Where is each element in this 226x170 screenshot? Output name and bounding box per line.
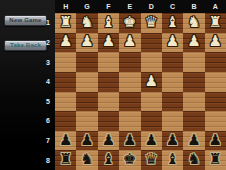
square-b8[interactable]: ♞ bbox=[183, 150, 204, 170]
piece-black-pawn[interactable]: ♟ bbox=[102, 133, 115, 148]
square-b1[interactable]: ♞ bbox=[183, 13, 204, 33]
square-g8[interactable]: ♞ bbox=[76, 150, 97, 170]
piece-black-pawn[interactable]: ♟ bbox=[187, 133, 200, 148]
square-d5[interactable] bbox=[141, 92, 162, 112]
square-e5[interactable] bbox=[119, 92, 140, 112]
square-h5[interactable] bbox=[55, 92, 76, 112]
file-label-f: F bbox=[98, 0, 119, 13]
file-label-a: A bbox=[205, 0, 226, 13]
file-label-c: C bbox=[162, 0, 183, 13]
square-f2[interactable]: ♟ bbox=[98, 33, 119, 53]
rank-label-2: 2 bbox=[41, 33, 55, 53]
square-c2[interactable]: ♟ bbox=[162, 33, 183, 53]
piece-black-king[interactable]: ♚ bbox=[123, 152, 136, 167]
square-d8[interactable]: ♛ bbox=[141, 150, 162, 170]
square-g6[interactable] bbox=[76, 111, 97, 131]
square-a5[interactable] bbox=[205, 92, 226, 112]
square-e4[interactable] bbox=[119, 72, 140, 92]
square-g5[interactable] bbox=[76, 92, 97, 112]
square-h4[interactable] bbox=[55, 72, 76, 92]
piece-white-knight[interactable]: ♞ bbox=[80, 15, 93, 30]
file-label-d: D bbox=[141, 0, 162, 13]
square-d6[interactable] bbox=[141, 111, 162, 131]
piece-white-queen[interactable]: ♛ bbox=[144, 15, 157, 30]
piece-black-pawn[interactable]: ♟ bbox=[166, 133, 179, 148]
square-b7[interactable]: ♟ bbox=[183, 131, 204, 151]
piece-white-knight[interactable]: ♞ bbox=[187, 15, 200, 30]
file-label-b: B bbox=[183, 0, 204, 13]
square-c1[interactable]: ♝ bbox=[162, 13, 183, 33]
piece-white-bishop[interactable]: ♝ bbox=[102, 15, 115, 30]
piece-black-pawn[interactable]: ♟ bbox=[123, 133, 136, 148]
square-e3[interactable] bbox=[119, 52, 140, 72]
piece-black-pawn[interactable]: ♟ bbox=[144, 133, 157, 148]
piece-black-rook[interactable]: ♜ bbox=[59, 152, 72, 167]
chess-board: ♜♞♝♚♛♝♞♜♟♟♟♟♟♟♟♟♟♟♟♟♟♟♟♟♜♞♝♚♛♝♞♜ bbox=[55, 13, 226, 170]
square-e1[interactable]: ♚ bbox=[119, 13, 140, 33]
square-f3[interactable] bbox=[98, 52, 119, 72]
piece-black-queen[interactable]: ♛ bbox=[144, 152, 157, 167]
square-b4[interactable] bbox=[183, 72, 204, 92]
piece-black-knight[interactable]: ♞ bbox=[187, 152, 200, 167]
square-c3[interactable] bbox=[162, 52, 183, 72]
square-g7[interactable]: ♟ bbox=[76, 131, 97, 151]
square-d4[interactable]: ♟ bbox=[141, 72, 162, 92]
square-a2[interactable]: ♟ bbox=[205, 33, 226, 53]
square-g1[interactable]: ♞ bbox=[76, 13, 97, 33]
file-label-g: G bbox=[76, 0, 97, 13]
square-e7[interactable]: ♟ bbox=[119, 131, 140, 151]
rank-label-5: 5 bbox=[41, 92, 55, 112]
piece-black-rook[interactable]: ♜ bbox=[209, 152, 222, 167]
square-c7[interactable]: ♟ bbox=[162, 131, 183, 151]
square-f4[interactable] bbox=[98, 72, 119, 92]
square-h6[interactable] bbox=[55, 111, 76, 131]
square-h3[interactable] bbox=[55, 52, 76, 72]
square-b3[interactable] bbox=[183, 52, 204, 72]
piece-black-pawn[interactable]: ♟ bbox=[80, 133, 93, 148]
rank-labels: 12345678 bbox=[41, 13, 55, 170]
square-g2[interactable]: ♟ bbox=[76, 33, 97, 53]
square-a3[interactable] bbox=[205, 52, 226, 72]
square-g3[interactable] bbox=[76, 52, 97, 72]
square-d7[interactable]: ♟ bbox=[141, 131, 162, 151]
piece-white-rook[interactable]: ♜ bbox=[209, 15, 222, 30]
square-c4[interactable] bbox=[162, 72, 183, 92]
piece-white-king[interactable]: ♚ bbox=[123, 15, 136, 30]
square-b5[interactable] bbox=[183, 92, 204, 112]
square-h1[interactable]: ♜ bbox=[55, 13, 76, 33]
square-a6[interactable] bbox=[205, 111, 226, 131]
file-labels: HGFEDCBA bbox=[55, 0, 226, 13]
piece-white-rook[interactable]: ♜ bbox=[59, 15, 72, 30]
square-e6[interactable] bbox=[119, 111, 140, 131]
square-d3[interactable] bbox=[141, 52, 162, 72]
square-h2[interactable]: ♟ bbox=[55, 33, 76, 53]
chess-app-window: New Game Take Back HGFEDCBA 12345678 ♜♞♝… bbox=[0, 0, 226, 170]
square-f7[interactable]: ♟ bbox=[98, 131, 119, 151]
square-a8[interactable]: ♜ bbox=[205, 150, 226, 170]
piece-black-bishop[interactable]: ♝ bbox=[102, 152, 115, 167]
square-c5[interactable] bbox=[162, 92, 183, 112]
square-b6[interactable] bbox=[183, 111, 204, 131]
square-f6[interactable] bbox=[98, 111, 119, 131]
square-a4[interactable] bbox=[205, 72, 226, 92]
rank-label-4: 4 bbox=[41, 72, 55, 92]
square-b2[interactable]: ♟ bbox=[183, 33, 204, 53]
piece-black-pawn[interactable]: ♟ bbox=[59, 133, 72, 148]
piece-white-pawn[interactable]: ♟ bbox=[209, 34, 222, 49]
square-c6[interactable] bbox=[162, 111, 183, 131]
piece-black-knight[interactable]: ♞ bbox=[80, 152, 93, 167]
square-a7[interactable]: ♟ bbox=[205, 131, 226, 151]
square-e2[interactable]: ♟ bbox=[119, 33, 140, 53]
piece-white-pawn[interactable]: ♟ bbox=[80, 34, 93, 49]
piece-white-pawn[interactable]: ♟ bbox=[144, 74, 157, 89]
rank-label-6: 6 bbox=[41, 111, 55, 131]
piece-black-pawn[interactable]: ♟ bbox=[209, 133, 222, 148]
file-label-e: E bbox=[119, 0, 140, 13]
square-d1[interactable]: ♛ bbox=[141, 13, 162, 33]
rank-label-1: 1 bbox=[41, 13, 55, 33]
piece-white-pawn[interactable]: ♟ bbox=[123, 34, 136, 49]
piece-white-pawn[interactable]: ♟ bbox=[102, 34, 115, 49]
file-label-h: H bbox=[55, 0, 76, 13]
square-d2[interactable] bbox=[141, 33, 162, 53]
square-f8[interactable]: ♝ bbox=[98, 150, 119, 170]
piece-white-pawn[interactable]: ♟ bbox=[166, 34, 179, 49]
square-c8[interactable]: ♝ bbox=[162, 150, 183, 170]
rank-label-8: 8 bbox=[41, 150, 55, 170]
piece-white-pawn[interactable]: ♟ bbox=[187, 34, 200, 49]
square-g4[interactable] bbox=[76, 72, 97, 92]
square-h7[interactable]: ♟ bbox=[55, 131, 76, 151]
square-f1[interactable]: ♝ bbox=[98, 13, 119, 33]
rank-label-3: 3 bbox=[41, 52, 55, 72]
square-e8[interactable]: ♚ bbox=[119, 150, 140, 170]
square-f5[interactable] bbox=[98, 92, 119, 112]
piece-white-bishop[interactable]: ♝ bbox=[166, 15, 179, 30]
square-h8[interactable]: ♜ bbox=[55, 150, 76, 170]
rank-label-7: 7 bbox=[41, 131, 55, 151]
piece-black-bishop[interactable]: ♝ bbox=[166, 152, 179, 167]
piece-white-pawn[interactable]: ♟ bbox=[59, 34, 72, 49]
square-a1[interactable]: ♜ bbox=[205, 13, 226, 33]
